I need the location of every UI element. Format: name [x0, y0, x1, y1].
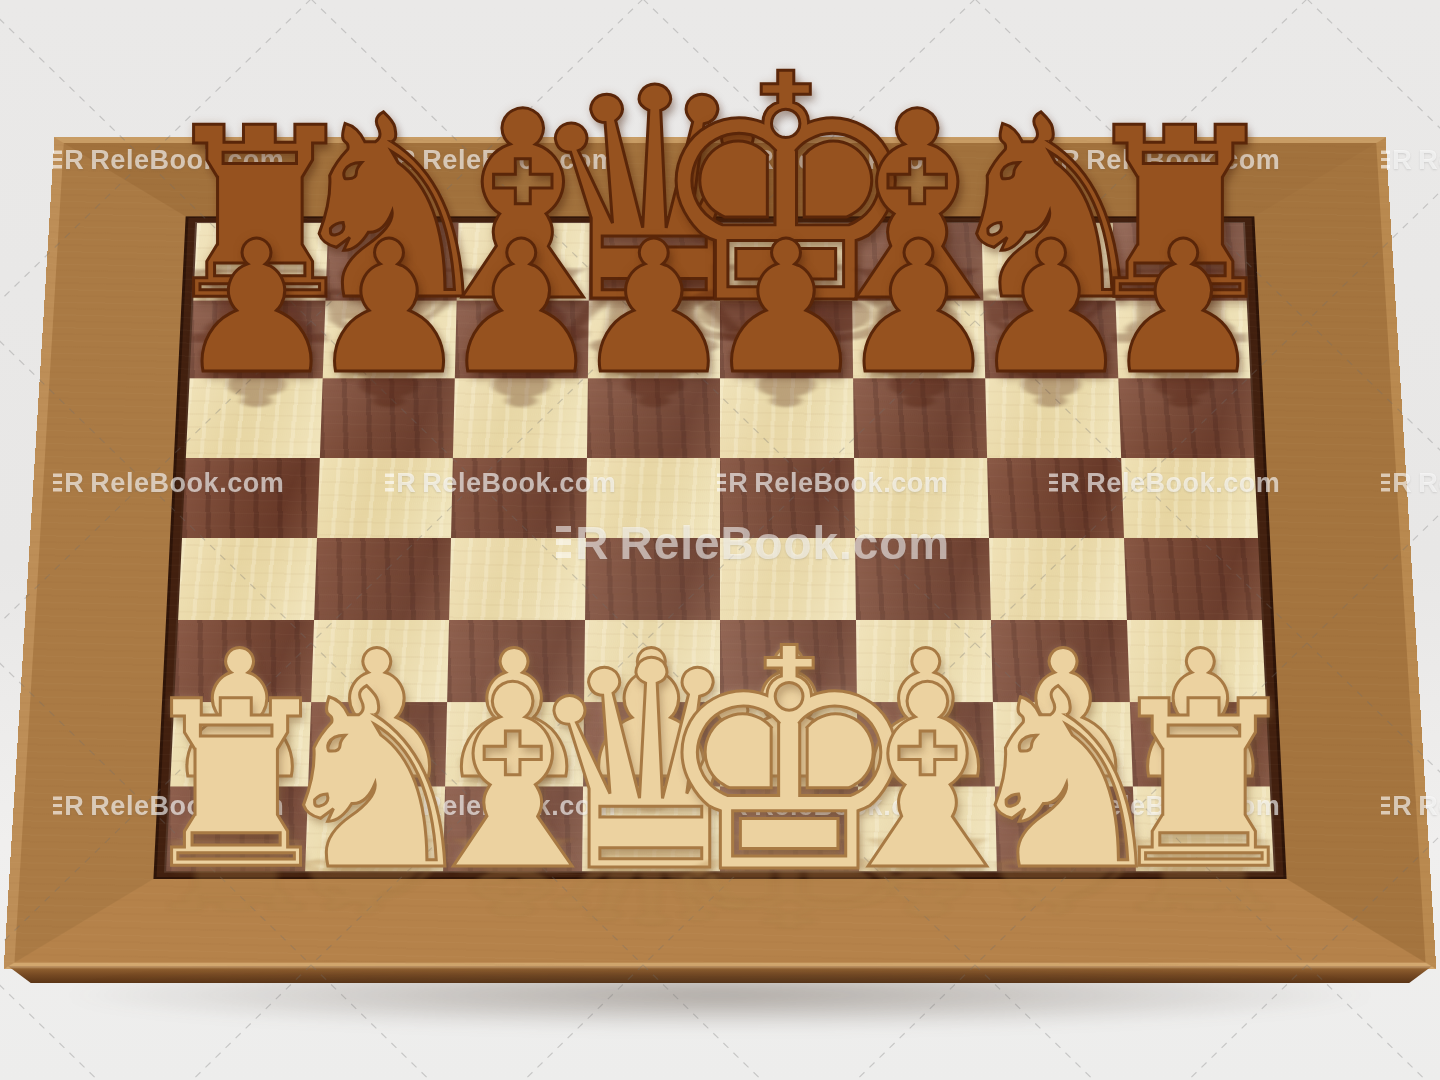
square-g3[interactable]: [991, 620, 1129, 703]
square-g1[interactable]: [995, 786, 1135, 871]
board-shadow: [55, 972, 1385, 1030]
square-f4[interactable]: [855, 538, 991, 620]
square-d4[interactable]: [585, 538, 720, 620]
scene: ♜♜♞♞♝♝♛♛♚♚♝♝♞♞♜♜♟♟♟♟♟♟♟♟♟♟♟♟♟♟♟♟♟♟♟♟♟♟♟♟…: [0, 0, 1440, 1080]
board-grid: [166, 223, 1274, 871]
square-d6[interactable]: [586, 378, 720, 457]
square-a3[interactable]: [174, 620, 313, 703]
square-g6[interactable]: [985, 378, 1120, 457]
square-h2[interactable]: [1129, 702, 1269, 786]
square-h3[interactable]: [1126, 620, 1265, 703]
square-b7[interactable]: [322, 300, 456, 378]
square-e3[interactable]: [720, 620, 856, 703]
square-c8[interactable]: [457, 223, 590, 300]
square-b5[interactable]: [317, 458, 453, 538]
square-a1[interactable]: [166, 786, 308, 871]
square-b6[interactable]: [319, 378, 454, 457]
square-b2[interactable]: [308, 702, 447, 786]
square-f2[interactable]: [856, 702, 994, 786]
square-e4[interactable]: [720, 538, 855, 620]
square-e1[interactable]: [720, 786, 858, 871]
square-d2[interactable]: [583, 702, 720, 786]
square-a5[interactable]: [182, 458, 319, 538]
square-g4[interactable]: [989, 538, 1126, 620]
square-a2[interactable]: [170, 702, 310, 786]
square-a4[interactable]: [178, 538, 316, 620]
square-b1[interactable]: [305, 786, 445, 871]
square-h6[interactable]: [1118, 378, 1254, 457]
square-b3[interactable]: [311, 620, 449, 703]
square-f6[interactable]: [853, 378, 987, 457]
watermark: RReleBook.com: [1381, 145, 1440, 176]
square-a7[interactable]: [190, 300, 325, 378]
square-e2[interactable]: [720, 702, 857, 786]
watermark-text: ReleBook.com: [1418, 145, 1440, 176]
board-frame-bevel: [4, 137, 1437, 969]
square-e5[interactable]: [720, 458, 855, 538]
square-f5[interactable]: [854, 458, 989, 538]
square-d1[interactable]: [582, 786, 720, 871]
square-d3[interactable]: [584, 620, 720, 703]
board-frame: [14, 143, 1425, 963]
square-f8[interactable]: [851, 223, 984, 300]
square-h4[interactable]: [1124, 538, 1262, 620]
square-g8[interactable]: [982, 223, 1116, 300]
watermark-text: ReleBook.com: [1418, 468, 1440, 499]
square-d7[interactable]: [587, 300, 720, 378]
square-f7[interactable]: [852, 300, 986, 378]
square-h1[interactable]: [1132, 786, 1274, 871]
chess-board: [4, 137, 1437, 969]
square-c6[interactable]: [453, 378, 587, 457]
square-a6[interactable]: [186, 378, 322, 457]
square-h7[interactable]: [1115, 300, 1250, 378]
square-c1[interactable]: [443, 786, 582, 871]
square-b8[interactable]: [325, 223, 459, 300]
square-a8[interactable]: [193, 223, 327, 300]
square-h5[interactable]: [1121, 458, 1258, 538]
square-e8[interactable]: [720, 223, 852, 300]
board-inner-lip: [153, 216, 1286, 879]
square-g2[interactable]: [993, 702, 1132, 786]
square-c2[interactable]: [445, 702, 583, 786]
square-c3[interactable]: [447, 620, 584, 703]
square-c4[interactable]: [449, 538, 585, 620]
square-g5[interactable]: [987, 458, 1123, 538]
square-f1[interactable]: [857, 786, 996, 871]
square-e6[interactable]: [720, 378, 854, 457]
square-d5[interactable]: [586, 458, 721, 538]
square-f3[interactable]: [855, 620, 992, 703]
square-d8[interactable]: [588, 223, 720, 300]
square-h8[interactable]: [1112, 223, 1246, 300]
square-g7[interactable]: [983, 300, 1117, 378]
square-c5[interactable]: [451, 458, 586, 538]
square-e7[interactable]: [720, 300, 853, 378]
square-c7[interactable]: [455, 300, 589, 378]
square-b4[interactable]: [314, 538, 451, 620]
